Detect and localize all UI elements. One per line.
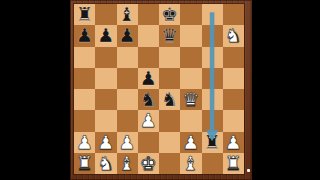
square-f8[interactable] bbox=[180, 4, 201, 25]
square-f6[interactable] bbox=[180, 47, 201, 68]
square-d4[interactable]: ♞ bbox=[138, 89, 159, 110]
square-a6[interactable] bbox=[74, 47, 95, 68]
piece-bP-d5: ♟ bbox=[140, 68, 157, 87]
square-b1[interactable]: ♞ bbox=[95, 153, 116, 174]
square-e1[interactable] bbox=[159, 153, 180, 174]
piece-bP-c7: ♟ bbox=[119, 26, 136, 45]
square-c7[interactable]: ♟ bbox=[117, 25, 138, 46]
square-c6[interactable] bbox=[117, 47, 138, 68]
piece-bR-a8: ♜ bbox=[76, 5, 93, 24]
square-e7[interactable]: ♛ bbox=[159, 25, 180, 46]
square-g6[interactable] bbox=[202, 47, 223, 68]
square-c5[interactable] bbox=[117, 68, 138, 89]
square-g3[interactable] bbox=[202, 110, 223, 131]
square-c3[interactable] bbox=[117, 110, 138, 131]
piece-wR-h1: ♜ bbox=[225, 153, 242, 172]
square-c4[interactable] bbox=[117, 89, 138, 110]
piece-wK-d1: ♚ bbox=[140, 153, 157, 172]
piece-bK-e8: ♚ bbox=[161, 5, 178, 24]
square-g8[interactable] bbox=[202, 4, 223, 25]
piece-bP-b7: ♟ bbox=[97, 26, 114, 45]
square-d1[interactable]: ♚ bbox=[138, 153, 159, 174]
square-e6[interactable] bbox=[159, 47, 180, 68]
pillarbox-left bbox=[0, 0, 70, 180]
square-a2[interactable]: ♟ bbox=[74, 132, 95, 153]
piece-wQ-f4: ♛ bbox=[182, 90, 199, 109]
piece-bR-g2: ♜ bbox=[204, 132, 221, 151]
square-e3[interactable] bbox=[159, 110, 180, 131]
piece-bB-c8: ♝ bbox=[119, 5, 136, 24]
square-h1[interactable]: ♜ bbox=[223, 153, 244, 174]
square-c1[interactable]: ♝ bbox=[117, 153, 138, 174]
piece-bP-a7: ♟ bbox=[76, 26, 93, 45]
square-b4[interactable] bbox=[95, 89, 116, 110]
square-d2[interactable] bbox=[138, 132, 159, 153]
square-b5[interactable] bbox=[95, 68, 116, 89]
piece-wP-d3: ♟ bbox=[140, 111, 157, 130]
square-d3[interactable]: ♟ bbox=[138, 110, 159, 131]
square-g5[interactable] bbox=[202, 68, 223, 89]
chess-board: ♜♝♚♟♟♟♛♞♟♞♞♛♟♟♟♟♟♜♟♜♞♝♚♝♜ bbox=[74, 4, 244, 174]
square-g4[interactable] bbox=[202, 89, 223, 110]
piece-wP-c2: ♟ bbox=[119, 132, 136, 151]
side-to-move-indicator bbox=[247, 169, 250, 172]
square-d5[interactable]: ♟ bbox=[138, 68, 159, 89]
piece-wP-f2: ♟ bbox=[182, 132, 199, 151]
piece-bN-e4: ♞ bbox=[161, 90, 178, 109]
square-c8[interactable]: ♝ bbox=[117, 4, 138, 25]
square-f7[interactable] bbox=[180, 25, 201, 46]
square-e5[interactable] bbox=[159, 68, 180, 89]
piece-wB-f1: ♝ bbox=[182, 153, 199, 172]
piece-wP-a2: ♟ bbox=[76, 132, 93, 151]
square-g1[interactable] bbox=[202, 153, 223, 174]
piece-bQ-e7: ♛ bbox=[161, 26, 178, 45]
square-h2[interactable]: ♟ bbox=[223, 132, 244, 153]
piece-wB-c1: ♝ bbox=[119, 153, 136, 172]
square-b3[interactable] bbox=[95, 110, 116, 131]
square-a3[interactable] bbox=[74, 110, 95, 131]
board-frame: ♜♝♚♟♟♟♛♞♟♞♞♛♟♟♟♟♟♜♟♜♞♝♚♝♜ bbox=[70, 0, 252, 180]
square-f2[interactable]: ♟ bbox=[180, 132, 201, 153]
square-h8[interactable] bbox=[223, 4, 244, 25]
piece-wN-b1: ♞ bbox=[97, 153, 114, 172]
piece-bN-d4: ♞ bbox=[140, 90, 157, 109]
square-a7[interactable]: ♟ bbox=[74, 25, 95, 46]
square-b6[interactable] bbox=[95, 47, 116, 68]
square-d8[interactable] bbox=[138, 4, 159, 25]
square-d7[interactable] bbox=[138, 25, 159, 46]
square-e8[interactable]: ♚ bbox=[159, 4, 180, 25]
square-g7[interactable] bbox=[202, 25, 223, 46]
square-c2[interactable]: ♟ bbox=[117, 132, 138, 153]
square-h7[interactable]: ♞ bbox=[223, 25, 244, 46]
square-h5[interactable] bbox=[223, 68, 244, 89]
piece-wN-h7: ♞ bbox=[225, 26, 242, 45]
square-h3[interactable] bbox=[223, 110, 244, 131]
pillarbox-right bbox=[252, 0, 320, 180]
square-e2[interactable] bbox=[159, 132, 180, 153]
square-h4[interactable] bbox=[223, 89, 244, 110]
square-b8[interactable] bbox=[95, 4, 116, 25]
square-f1[interactable]: ♝ bbox=[180, 153, 201, 174]
video-frame: ♜♝♚♟♟♟♛♞♟♞♞♛♟♟♟♟♟♜♟♜♞♝♚♝♜ bbox=[0, 0, 320, 180]
piece-wR-a1: ♜ bbox=[76, 153, 93, 172]
square-g2[interactable]: ♜ bbox=[202, 132, 223, 153]
square-a8[interactable]: ♜ bbox=[74, 4, 95, 25]
square-e4[interactable]: ♞ bbox=[159, 89, 180, 110]
square-f3[interactable] bbox=[180, 110, 201, 131]
piece-wP-h2: ♟ bbox=[225, 132, 242, 151]
square-a5[interactable] bbox=[74, 68, 95, 89]
square-b2[interactable]: ♟ bbox=[95, 132, 116, 153]
piece-wP-b2: ♟ bbox=[97, 132, 114, 151]
square-h6[interactable] bbox=[223, 47, 244, 68]
square-f5[interactable] bbox=[180, 68, 201, 89]
square-a4[interactable] bbox=[74, 89, 95, 110]
square-f4[interactable]: ♛ bbox=[180, 89, 201, 110]
square-a1[interactable]: ♜ bbox=[74, 153, 95, 174]
square-d6[interactable] bbox=[138, 47, 159, 68]
square-b7[interactable]: ♟ bbox=[95, 25, 116, 46]
